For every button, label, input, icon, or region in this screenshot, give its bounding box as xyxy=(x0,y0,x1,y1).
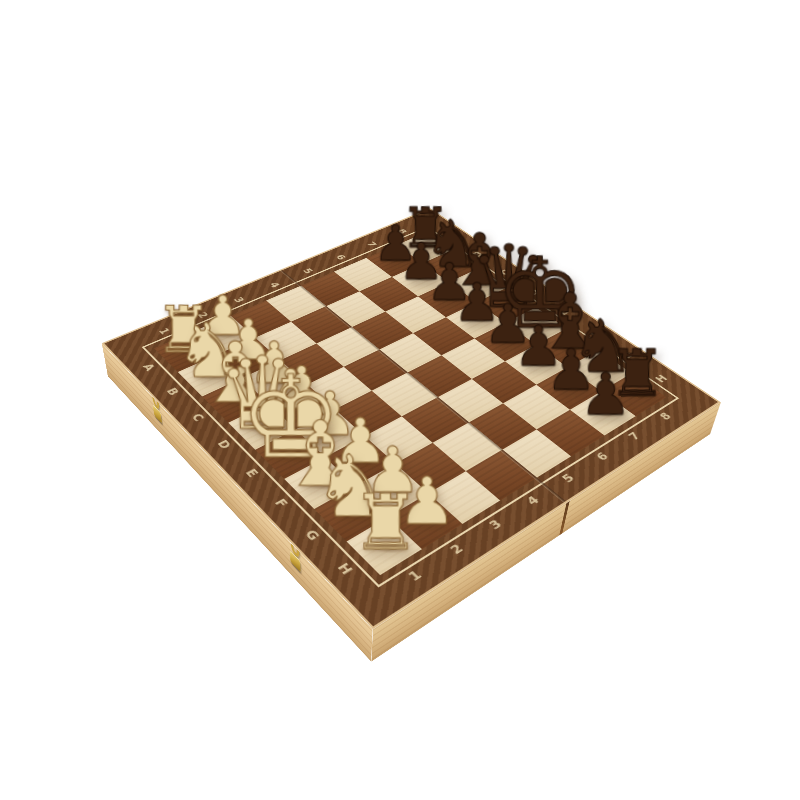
square-h5 xyxy=(502,429,571,478)
square-h1 xyxy=(346,516,422,575)
square-f2 xyxy=(325,436,395,486)
square-g4 xyxy=(433,422,502,470)
fold-seam-side-notch xyxy=(559,501,569,536)
square-g5 xyxy=(469,403,537,449)
square-e3 xyxy=(335,390,402,435)
square-e1 xyxy=(255,429,325,478)
square-g6 xyxy=(503,385,569,429)
rank-labels-right-edge: 87654321 xyxy=(380,397,695,603)
square-e4 xyxy=(372,372,438,415)
product-photo-canvas: ABCDEFGH ABCDEFGH 87654321 87654321 xyxy=(0,0,800,800)
square-h2 xyxy=(388,493,462,549)
square-g1 xyxy=(314,486,388,541)
square-g2 xyxy=(356,464,428,517)
square-f1 xyxy=(284,457,356,509)
camera-tilt-wrapper: ABCDEFGH ABCDEFGH 87654321 87654321 xyxy=(0,0,800,800)
square-d2 xyxy=(268,384,335,429)
square-h6 xyxy=(537,409,605,456)
square-h7 xyxy=(570,391,636,436)
file-labels-bottom-edge: ABCDEFGH xyxy=(122,348,380,597)
square-d3 xyxy=(307,366,372,409)
square-h3 xyxy=(428,471,501,524)
square-d1 xyxy=(228,403,296,450)
square-g3 xyxy=(395,443,466,493)
square-f3 xyxy=(364,416,433,464)
board-top-face: ABCDEFGH ABCDEFGH 87654321 87654321 xyxy=(102,208,721,629)
square-h4 xyxy=(466,449,537,500)
square-e2 xyxy=(296,409,364,456)
board-grid xyxy=(154,232,666,575)
chess-board: ABCDEFGH ABCDEFGH 87654321 87654321 xyxy=(102,208,721,629)
square-c1 xyxy=(202,378,268,422)
square-f4 xyxy=(402,397,469,443)
square-c2 xyxy=(242,360,307,403)
square-f5 xyxy=(438,379,504,423)
